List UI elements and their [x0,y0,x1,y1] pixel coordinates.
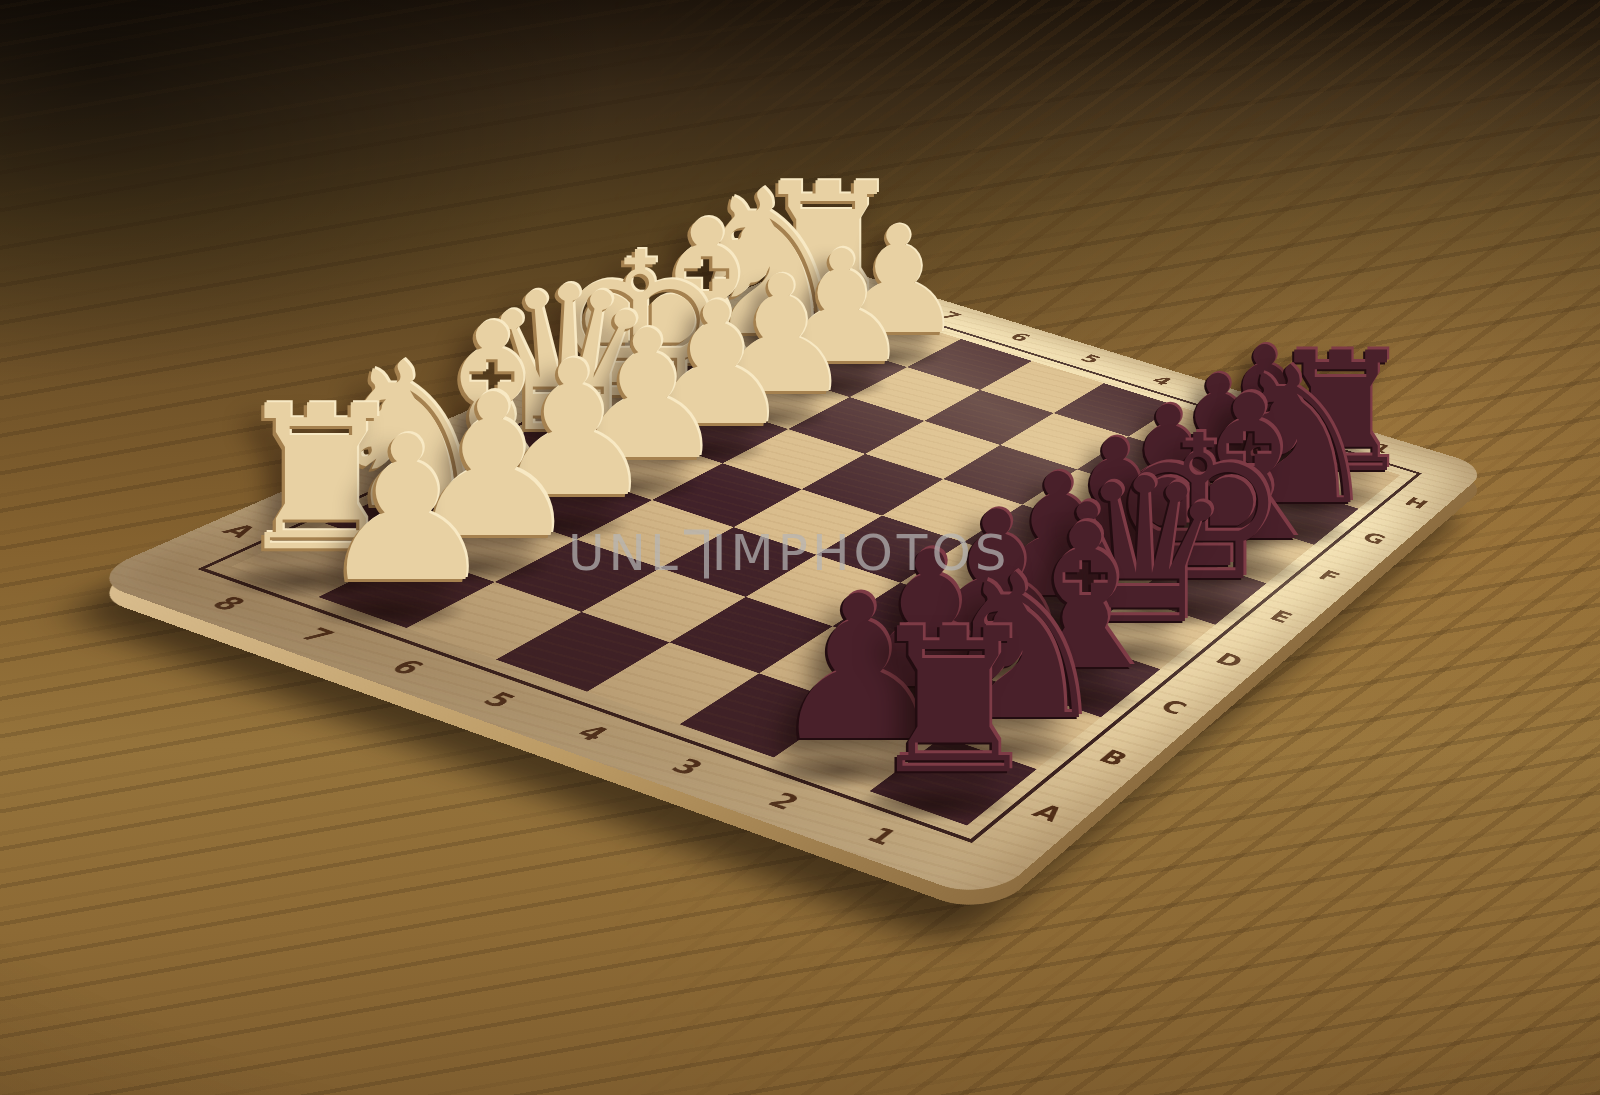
coordinate-label-A: A [214,520,265,541]
coordinate-label-2: 2 [1293,418,1322,433]
coordinate-label-D: D [472,409,516,427]
coordinate-label-H: H [742,292,779,306]
watermark: UNLIMPHOTOS [568,521,1011,582]
photo-scene: AABBCCDDEEFFGGHH8877665544332211 ♜♞♝♛♚♝♞… [0,0,1600,1095]
coordinate-label-1: 1 [859,822,905,850]
coordinate-label-E: E [1264,607,1298,627]
watermark-suffix: IMPHOTOS [712,524,1011,582]
coordinate-label-E: E [548,377,587,393]
coordinate-label-7: 7 [292,624,343,647]
coordinate-label-A: A [1026,799,1071,826]
coordinate-label-D: D [1210,649,1249,671]
coordinate-label-3: 3 [663,754,711,780]
coordinate-label-6: 6 [382,655,432,679]
coordinate-label-H: H [1400,494,1433,512]
coordinate-label-5: 5 [474,688,524,713]
coordinate-label-C: C [1154,696,1193,719]
coordinate-label-3: 3 [1220,396,1250,411]
coordinate-label-7: 7 [935,309,967,322]
coordinate-label-8: 8 [866,288,898,301]
coordinate-label-8: 8 [203,592,255,614]
coordinate-label-F: F [1313,567,1345,586]
watermark-prefix: UNL [568,524,682,582]
coordinate-label-B: B [1092,745,1134,770]
coordinate-label-6: 6 [1005,330,1036,344]
coordinate-label-B: B [307,480,355,499]
coordinate-label-4: 4 [1147,374,1177,388]
coordinate-label-C: C [393,443,438,461]
coordinate-label-2: 2 [760,788,807,815]
coordinate-label-4: 4 [568,720,617,745]
watermark-bracket-icon [684,530,709,579]
coordinate-label-5: 5 [1075,352,1106,366]
coordinate-label-1: 1 [1367,441,1396,456]
coordinate-label-G: G [1357,529,1391,547]
coordinate-label-G: G [681,318,719,333]
coordinate-label-F: F [618,347,655,362]
